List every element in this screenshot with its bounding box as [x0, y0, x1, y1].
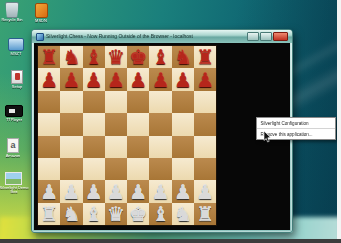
piece-bP[interactable]: ♟ [174, 69, 192, 91]
menu-item-silverlight-configuration[interactable]: Silverlight Configuration [257, 118, 335, 128]
piece-bK[interactable]: ♚ [129, 46, 147, 68]
mouse-cursor [263, 131, 271, 143]
piece-wR[interactable]: ♜ [40, 203, 58, 225]
photo-frame-edge [337, 0, 341, 239]
chess-board: ♜♞♝♛♚♝♞♜♟♟♟♟♟♟♟♟♟♟♟♟♟♟♟♟♜♞♝♛♚♝♞♜ [37, 45, 217, 226]
desktop-icon-silverlight-demo[interactable]: Silverlight Demo Box [5, 172, 22, 185]
square-c6[interactable] [83, 91, 105, 113]
close-button[interactable] [273, 32, 288, 41]
square-f3[interactable] [149, 158, 171, 180]
square-b4[interactable] [60, 136, 82, 158]
square-f2[interactable]: ♟ [149, 180, 171, 202]
square-g4[interactable] [172, 136, 194, 158]
piece-wP[interactable]: ♟ [85, 181, 103, 203]
msdn-icon [35, 3, 48, 18]
square-e6[interactable] [127, 91, 149, 113]
square-h7[interactable]: ♟ [194, 68, 216, 90]
piece-wP[interactable]: ♟ [62, 181, 80, 203]
piece-wN[interactable]: ♞ [62, 203, 80, 225]
piece-wP[interactable]: ♟ [174, 181, 192, 203]
square-f5[interactable] [149, 113, 171, 135]
square-f1[interactable]: ♝ [149, 203, 171, 225]
square-a6[interactable] [38, 91, 60, 113]
icon-label: MSZT [0, 52, 32, 56]
square-g1[interactable]: ♞ [172, 203, 194, 225]
chess-app-window: Silverlight Chess - Now Running Outside … [31, 29, 293, 233]
maximize-button[interactable] [260, 32, 272, 41]
square-e8[interactable]: ♚ [127, 46, 149, 68]
square-b3[interactable] [60, 158, 82, 180]
piece-wQ[interactable]: ♛ [107, 203, 125, 225]
piece-bQ[interactable]: ♛ [107, 46, 125, 68]
square-g5[interactable] [172, 113, 194, 135]
icon-label: Amazon [0, 154, 29, 158]
square-f4[interactable] [149, 136, 171, 158]
piece-bP[interactable]: ♟ [107, 69, 125, 91]
square-e2[interactable]: ♟ [127, 180, 149, 202]
window-app-icon [36, 33, 44, 41]
screenshot-photo: Recycle Bin MSDN MSZT Setup TTPlayer a A… [0, 0, 341, 243]
square-h2[interactable]: ♟ [194, 180, 216, 202]
piece-bN[interactable]: ♞ [174, 46, 192, 68]
square-f8[interactable]: ♝ [149, 46, 171, 68]
desktop-icon-amazon[interactable]: a Amazon [7, 138, 19, 153]
square-d4[interactable] [105, 136, 127, 158]
square-c1[interactable]: ♝ [83, 203, 105, 225]
square-a3[interactable] [38, 158, 60, 180]
piece-bP[interactable]: ♟ [129, 69, 147, 91]
square-g6[interactable] [172, 91, 194, 113]
square-a8[interactable]: ♜ [38, 46, 60, 68]
desktop-icon-setup[interactable]: Setup [11, 70, 23, 84]
piece-bP[interactable]: ♟ [62, 69, 80, 91]
square-a7[interactable]: ♟ [38, 68, 60, 90]
square-f6[interactable] [149, 91, 171, 113]
window-client-area: ♜♞♝♛♚♝♞♜♟♟♟♟♟♟♟♟♟♟♟♟♟♟♟♟♜♞♝♛♚♝♞♜ [34, 43, 290, 230]
window-title: Silverlight Chess - Now Running Outside … [46, 34, 193, 40]
piece-wR[interactable]: ♜ [196, 203, 214, 225]
square-e1[interactable]: ♚ [127, 203, 149, 225]
square-b7[interactable]: ♟ [60, 68, 82, 90]
icon-label: Recycle Bin [0, 18, 28, 22]
square-h6[interactable] [194, 91, 216, 113]
square-b1[interactable]: ♞ [60, 203, 82, 225]
square-a1[interactable]: ♜ [38, 203, 60, 225]
piece-bR[interactable]: ♜ [196, 46, 214, 68]
square-h5[interactable] [194, 113, 216, 135]
square-a5[interactable] [38, 113, 60, 135]
piece-wP[interactable]: ♟ [107, 181, 125, 203]
square-g3[interactable] [172, 158, 194, 180]
square-b5[interactable] [60, 113, 82, 135]
square-c8[interactable]: ♝ [83, 46, 105, 68]
piece-bB[interactable]: ♝ [152, 46, 170, 68]
square-c2[interactable]: ♟ [83, 180, 105, 202]
square-e4[interactable] [127, 136, 149, 158]
desktop-icon-player[interactable]: TTPlayer [5, 105, 23, 117]
square-c5[interactable] [83, 113, 105, 135]
media-player-icon [5, 105, 23, 117]
desktop-icon-msdn[interactable]: MSDN [34, 3, 48, 18]
document-a-icon: a [7, 138, 19, 153]
piece-bP[interactable]: ♟ [85, 69, 103, 91]
square-e5[interactable] [127, 113, 149, 135]
recycle-bin-icon [5, 2, 19, 18]
window-titlebar[interactable]: Silverlight Chess - Now Running Outside … [32, 30, 292, 43]
square-g7[interactable]: ♟ [172, 68, 194, 90]
piece-bB[interactable]: ♝ [85, 46, 103, 68]
square-d2[interactable]: ♟ [105, 180, 127, 202]
desktop-icon-recycle-bin[interactable]: Recycle Bin [4, 2, 20, 18]
square-d7[interactable]: ♟ [105, 68, 127, 90]
icon-label: Silverlight Demo Box [0, 186, 30, 194]
square-h4[interactable] [194, 136, 216, 158]
square-b6[interactable] [60, 91, 82, 113]
piece-wB[interactable]: ♝ [152, 203, 170, 225]
piece-bP[interactable]: ♟ [40, 69, 58, 91]
square-e7[interactable]: ♟ [127, 68, 149, 90]
piece-wP[interactable]: ♟ [196, 181, 214, 203]
square-h1[interactable]: ♜ [194, 203, 216, 225]
piece-bP[interactable]: ♟ [152, 69, 170, 91]
icon-label: Setup [1, 85, 33, 89]
square-d6[interactable] [105, 91, 127, 113]
icon-label: TTPlayer [0, 118, 30, 122]
square-c4[interactable] [83, 136, 105, 158]
square-c3[interactable] [83, 158, 105, 180]
square-e3[interactable] [127, 158, 149, 180]
square-c7[interactable]: ♟ [83, 68, 105, 90]
square-d1[interactable]: ♛ [105, 203, 127, 225]
square-a4[interactable] [38, 136, 60, 158]
piece-wN[interactable]: ♞ [174, 203, 192, 225]
square-f7[interactable]: ♟ [149, 68, 171, 90]
piece-bR[interactable]: ♜ [40, 46, 58, 68]
piece-wP[interactable]: ♟ [40, 181, 58, 203]
piece-wK[interactable]: ♚ [129, 203, 147, 225]
piece-bP[interactable]: ♟ [196, 69, 214, 91]
square-g2[interactable]: ♟ [172, 180, 194, 202]
setup-icon [11, 70, 23, 84]
square-b2[interactable]: ♟ [60, 180, 82, 202]
square-a2[interactable]: ♟ [38, 180, 60, 202]
square-b8[interactable]: ♞ [60, 46, 82, 68]
computer-icon [8, 38, 24, 51]
square-g8[interactable]: ♞ [172, 46, 194, 68]
minimize-button[interactable] [247, 32, 259, 41]
square-d5[interactable] [105, 113, 127, 135]
square-d8[interactable]: ♛ [105, 46, 127, 68]
square-h8[interactable]: ♜ [194, 46, 216, 68]
desktop-icon-mszt[interactable]: MSZT [8, 38, 24, 51]
photo-icon [5, 172, 22, 185]
square-h3[interactable] [194, 158, 216, 180]
photo-frame-edge [0, 239, 341, 243]
icon-label: MSDN [25, 19, 57, 23]
square-d3[interactable] [105, 158, 127, 180]
piece-wP[interactable]: ♟ [129, 181, 147, 203]
piece-wB[interactable]: ♝ [85, 203, 103, 225]
piece-wP[interactable]: ♟ [152, 181, 170, 203]
piece-bN[interactable]: ♞ [62, 46, 80, 68]
